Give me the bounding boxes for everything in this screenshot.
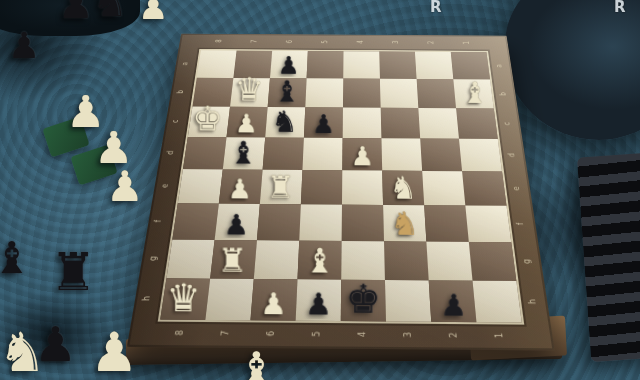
label-top-6: 6 [286, 40, 294, 43]
label-top-4: 4 [357, 40, 365, 43]
label-top-2: 2 [427, 41, 435, 44]
square-h4: ♚ [341, 280, 386, 322]
square-c5: ♟ [304, 107, 343, 138]
background-signage-2: R [614, 0, 626, 16]
white-queen-b7: ♛ [230, 74, 268, 106]
chess-board: ♟♛♝♝♚♟♞♟♝♟♟♜♞♟♞♜♝♛♟♟♚♟ 88aa77bb66cc55dd4… [152, 0, 532, 354]
label-right-c: c [503, 122, 512, 125]
offboard-black-pawn-4: ♟ [8, 28, 40, 64]
offboard-white-bishop-13: ♝ [236, 346, 277, 380]
square-b5 [305, 78, 343, 107]
label-bottom-4: 4 [357, 332, 367, 337]
square-e8 [178, 169, 223, 203]
square-c4 [343, 107, 382, 138]
board-grid: ♟♛♝♝♚♟♞♟♝♟♟♜♞♟♞♜♝♛♟♟♚♟ [160, 50, 521, 322]
square-f1 [465, 206, 511, 243]
square-f7: ♟ [215, 204, 260, 241]
white-pawn-d4: ♟ [342, 143, 382, 169]
white-pawn-c7: ♟ [227, 111, 266, 137]
square-d2 [420, 139, 462, 172]
square-b4 [343, 79, 381, 108]
offboard-black-bishop-8: ♝ [0, 236, 31, 280]
label-top-5: 5 [321, 40, 329, 43]
square-h7 [205, 279, 253, 321]
label-bottom-7: 7 [220, 330, 231, 335]
black-bishop-b6: ♝ [268, 77, 306, 107]
square-d6 [263, 137, 304, 170]
label-left-d: d [166, 151, 175, 155]
label-left-g: g [148, 256, 158, 261]
offboard-white-pawn-12: ♟ [90, 326, 138, 380]
label-right-g: g [522, 259, 532, 264]
square-a4 [343, 51, 380, 79]
square-g5: ♝ [297, 241, 341, 280]
label-left-f: f [153, 220, 163, 223]
offboard-white-knight-11: ♞ [0, 326, 46, 380]
square-a5 [307, 51, 344, 79]
label-top-3: 3 [392, 41, 400, 44]
white-pawn-h6: ♟ [251, 289, 296, 319]
square-f6 [257, 204, 301, 241]
label-bottom-5: 5 [312, 331, 322, 336]
label-right-d: d [507, 153, 516, 157]
square-e6: ♜ [260, 170, 303, 205]
square-g7: ♜ [210, 240, 257, 279]
square-c6: ♞ [265, 107, 305, 138]
board-frame: ♟♛♝♝♚♟♞♟♝♟♟♜♞♟♞♜♝♛♟♟♚♟ 88aa77bb66cc55dd4… [127, 34, 555, 351]
white-knight-e3: ♞ [383, 173, 424, 204]
label-right-a: a [495, 64, 503, 67]
white-pawn-e7: ♟ [219, 175, 260, 202]
square-f2 [424, 205, 469, 242]
white-queen-h8: ♛ [161, 279, 206, 318]
square-d1 [459, 139, 502, 172]
square-c8: ♚ [188, 106, 230, 137]
square-h3 [385, 280, 431, 322]
black-knight-c6: ♞ [265, 107, 304, 136]
white-rook-g7: ♜ [211, 244, 255, 277]
white-bishop-b1: ♝ [456, 78, 494, 108]
label-right-f: f [516, 223, 526, 226]
white-king-c8: ♚ [188, 102, 227, 136]
square-g8 [166, 240, 214, 279]
background-signage-1: R [430, 0, 442, 16]
square-a2 [415, 52, 453, 80]
square-b2 [417, 79, 456, 108]
square-g3 [384, 241, 429, 280]
square-g6 [254, 240, 299, 279]
square-b6: ♝ [268, 78, 307, 107]
square-a3 [379, 51, 416, 79]
square-b1: ♝ [453, 79, 493, 108]
square-f8 [172, 203, 218, 240]
square-f3: ♞ [383, 205, 426, 242]
label-top-1: 1 [463, 41, 471, 44]
photo-scene: ♟♛♝♝♚♟♞♟♝♟♟♜♞♟♞♜♝♛♟♟♚♟ 88aa77bb66cc55dd4… [0, 0, 640, 380]
white-bishop-g5: ♝ [298, 244, 342, 278]
square-g4 [341, 241, 385, 280]
square-e7: ♟ [219, 169, 263, 204]
label-bottom-1: 1 [494, 333, 505, 339]
square-d3 [381, 138, 422, 171]
square-h1 [473, 281, 522, 323]
label-bottom-3: 3 [403, 332, 413, 338]
square-c3 [381, 108, 421, 139]
square-h2: ♟ [429, 280, 477, 322]
square-e4 [342, 170, 383, 205]
square-d7: ♝ [223, 137, 265, 170]
square-d5 [302, 138, 342, 171]
black-pawn-c5: ♟ [304, 111, 343, 137]
label-left-e: e [160, 184, 170, 188]
label-left-h: h [141, 296, 152, 301]
label-left-c: c [171, 120, 180, 123]
square-e2 [422, 171, 465, 206]
offboard-white-pawn-1: ♟ [138, 0, 168, 24]
black-pawn-f7: ♟ [215, 211, 257, 239]
square-c2 [418, 108, 459, 139]
square-d4: ♟ [342, 138, 382, 171]
square-b7: ♛ [230, 78, 270, 107]
square-e3: ♞ [382, 171, 424, 206]
black-king-h4: ♚ [341, 280, 386, 320]
square-g2 [426, 242, 472, 281]
square-h8: ♛ [160, 278, 210, 320]
square-c7: ♟ [226, 107, 267, 138]
offboard-black-rook-9: ♜ [50, 246, 97, 298]
label-right-h: h [527, 299, 538, 304]
label-bottom-6: 6 [266, 331, 276, 336]
label-left-a: a [181, 62, 189, 65]
square-b3 [380, 79, 418, 108]
label-bottom-8: 8 [175, 330, 186, 335]
square-c1 [456, 108, 498, 139]
label-right-b: b [499, 92, 508, 96]
offboard-white-pawn-7: ♟ [106, 166, 144, 208]
square-f4 [342, 205, 384, 242]
white-knight-f3: ♞ [384, 208, 426, 240]
square-h5: ♟ [296, 279, 342, 321]
offboard-black-pawn-2: ♟ [58, 0, 94, 24]
label-top-8: 8 [215, 39, 223, 42]
square-f5 [299, 204, 342, 241]
square-e1 [462, 171, 506, 206]
square-g1 [469, 242, 517, 281]
square-d8 [183, 137, 227, 170]
black-pawn-h2: ♟ [431, 290, 476, 320]
square-h6: ♟ [250, 279, 297, 321]
black-pawn-h5: ♟ [296, 289, 341, 319]
white-rook-e6: ♜ [260, 172, 301, 203]
label-right-e: e [512, 186, 521, 190]
label-left-b: b [176, 90, 185, 94]
label-bottom-2: 2 [449, 332, 459, 338]
offboard-black-knight-3: ♞ [92, 0, 128, 22]
square-e5 [301, 170, 342, 205]
black-bishop-d7: ♝ [223, 137, 263, 168]
label-top-7: 7 [250, 40, 258, 43]
